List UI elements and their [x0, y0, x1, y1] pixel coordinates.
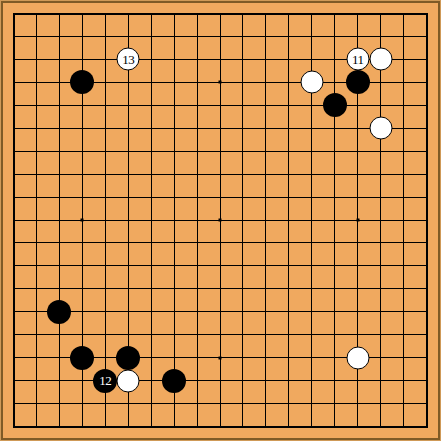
stone-black	[70, 346, 94, 370]
star-point	[219, 81, 222, 84]
grid-line-horizontal	[13, 242, 428, 243]
stone-black	[346, 70, 370, 94]
stone-white-move-11: 11	[346, 48, 369, 71]
grid-line-horizontal	[13, 403, 428, 404]
go-board: 121311	[0, 0, 441, 441]
grid-line-vertical	[265, 13, 266, 428]
stone-move-number: 13	[122, 53, 134, 66]
stone-black	[162, 369, 186, 393]
grid-line-horizontal	[13, 380, 428, 381]
grid-line-vertical	[403, 13, 404, 428]
star-point	[219, 356, 222, 359]
stone-white	[369, 48, 392, 71]
stone-white-move-13: 13	[117, 48, 140, 71]
grid-line-vertical	[288, 13, 289, 428]
grid-line-horizontal	[13, 288, 428, 289]
stone-black-move-12: 12	[93, 369, 117, 393]
stone-move-number: 11	[352, 53, 364, 66]
stone-black	[116, 346, 140, 370]
star-point	[81, 219, 84, 222]
stone-black	[70, 70, 94, 94]
grid-line-vertical	[380, 13, 381, 428]
stone-white	[369, 117, 392, 140]
grid-line-horizontal	[13, 426, 428, 428]
star-point	[356, 219, 359, 222]
grid-line-horizontal	[13, 265, 428, 266]
stone-black	[323, 93, 347, 117]
grid-line-horizontal	[13, 334, 428, 335]
grid-line-horizontal	[13, 311, 428, 312]
stone-white	[346, 346, 369, 369]
grid-line-vertical	[334, 13, 335, 428]
grid-line-vertical	[426, 13, 428, 428]
grid-line-vertical	[242, 13, 243, 428]
stone-white	[300, 71, 323, 94]
stone-move-number: 12	[99, 374, 111, 387]
star-point	[219, 219, 222, 222]
stone-white	[117, 369, 140, 392]
stone-black	[47, 300, 71, 324]
